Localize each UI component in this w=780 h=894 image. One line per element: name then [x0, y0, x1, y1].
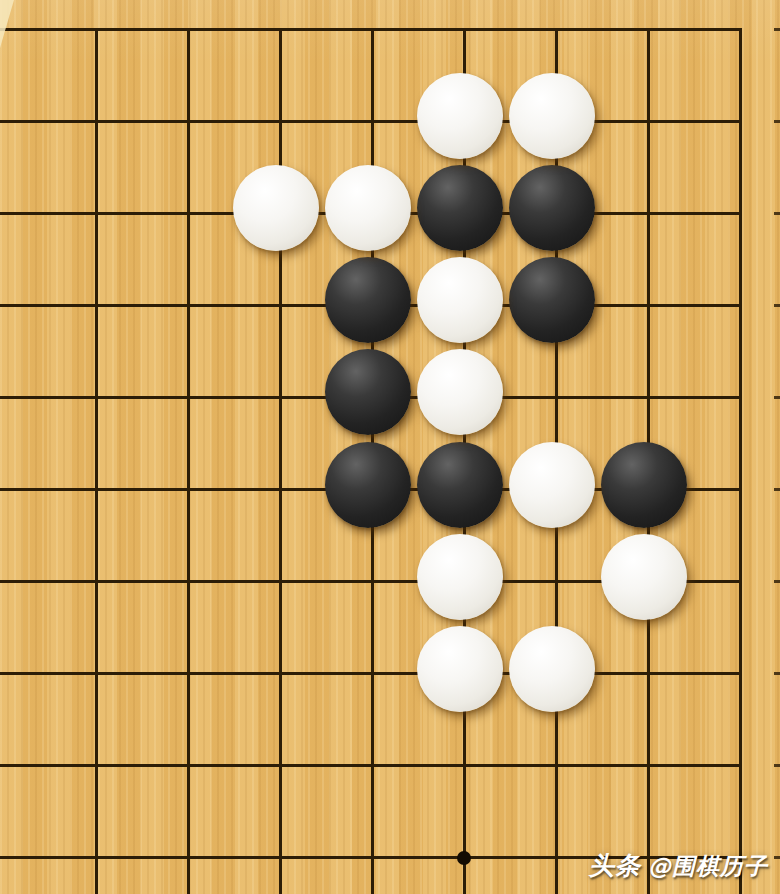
white-stone-r12 — [509, 626, 595, 712]
white-stone-r14 — [509, 442, 595, 528]
grid-line-edge-stub — [774, 28, 780, 31]
black-stone-r17 — [509, 165, 595, 251]
grid-line-edge-stub — [774, 212, 780, 215]
white-stone-q13 — [417, 534, 503, 620]
grid-line-horizontal — [0, 28, 742, 31]
grid-line-horizontal — [0, 120, 742, 123]
grid-line-edge-stub — [774, 304, 780, 307]
black-stone-p15 — [325, 349, 411, 435]
grid-line-edge-stub — [774, 856, 780, 859]
white-stone-r18 — [509, 73, 595, 159]
black-stone-r16 — [509, 257, 595, 343]
grid-line-horizontal — [0, 672, 742, 675]
white-stone-q18 — [417, 73, 503, 159]
grid-line-horizontal — [0, 764, 742, 767]
grid-line-edge-stub — [774, 396, 780, 399]
grid-line-edge-stub — [774, 764, 780, 767]
watermark: 头条@围棋历子 — [589, 849, 768, 882]
grid-line-edge-stub — [774, 672, 780, 675]
black-stone-q17 — [417, 165, 503, 251]
black-stone-q14 — [417, 442, 503, 528]
watermark-brand-toutiao: 头条 — [589, 851, 641, 880]
black-stone-p16 — [325, 257, 411, 343]
corner-highlight — [0, 0, 14, 48]
black-stone-s14 — [601, 442, 687, 528]
grid-line-edge-stub — [774, 488, 780, 491]
white-stone-q15 — [417, 349, 503, 435]
white-stone-p17 — [325, 165, 411, 251]
black-stone-p14 — [325, 442, 411, 528]
grid-line-edge-stub — [774, 580, 780, 583]
watermark-handle: @围棋历子 — [648, 853, 768, 879]
go-board[interactable]: 头条@围棋历子 — [0, 0, 780, 894]
grid-line-edge-stub — [774, 120, 780, 123]
white-stone-q16 — [417, 257, 503, 343]
white-stone-o17 — [233, 165, 319, 251]
screenshot-stage: 头条@围棋历子 — [0, 0, 780, 894]
star-point-q10 — [457, 851, 471, 865]
white-stone-s13 — [601, 534, 687, 620]
white-stone-q12 — [417, 626, 503, 712]
